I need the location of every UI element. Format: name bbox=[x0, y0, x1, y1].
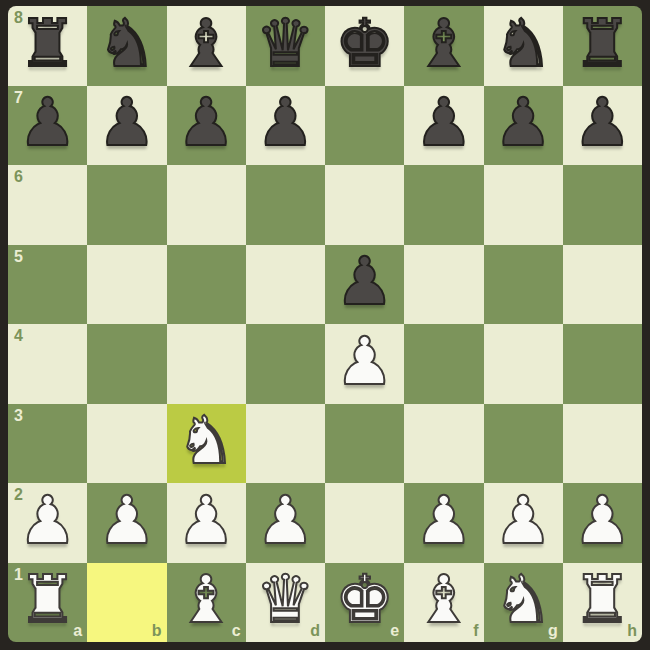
square-g5[interactable] bbox=[484, 245, 563, 325]
square-d3[interactable] bbox=[246, 404, 325, 484]
square-b2[interactable]: ♟ bbox=[87, 483, 166, 563]
black-bishop-piece[interactable]: ♝ bbox=[177, 11, 236, 77]
file-label-d: d bbox=[310, 623, 320, 639]
square-b4[interactable] bbox=[87, 324, 166, 404]
square-a2[interactable]: 2♟ bbox=[8, 483, 87, 563]
square-d7[interactable]: ♟ bbox=[246, 86, 325, 166]
white-rook-piece[interactable]: ♜ bbox=[573, 567, 632, 633]
square-g7[interactable]: ♟ bbox=[484, 86, 563, 166]
square-c1[interactable]: c♝ bbox=[167, 563, 246, 643]
black-pawn-piece[interactable]: ♟ bbox=[256, 90, 315, 156]
square-d2[interactable]: ♟ bbox=[246, 483, 325, 563]
square-g2[interactable]: ♟ bbox=[484, 483, 563, 563]
black-pawn-piece[interactable]: ♟ bbox=[18, 90, 77, 156]
square-g6[interactable] bbox=[484, 165, 563, 245]
black-knight-piece[interactable]: ♞ bbox=[97, 11, 156, 77]
square-h5[interactable] bbox=[563, 245, 642, 325]
white-pawn-piece[interactable]: ♟ bbox=[18, 488, 77, 554]
square-a3[interactable]: 3 bbox=[8, 404, 87, 484]
square-a5[interactable]: 5 bbox=[8, 245, 87, 325]
square-e5[interactable]: ♟ bbox=[325, 245, 404, 325]
white-pawn-piece[interactable]: ♟ bbox=[414, 488, 473, 554]
square-a4[interactable]: 4 bbox=[8, 324, 87, 404]
file-label-g: g bbox=[548, 623, 558, 639]
square-c7[interactable]: ♟ bbox=[167, 86, 246, 166]
white-bishop-piece[interactable]: ♝ bbox=[414, 567, 473, 633]
file-label-b: b bbox=[152, 623, 162, 639]
square-a6[interactable]: 6 bbox=[8, 165, 87, 245]
white-pawn-piece[interactable]: ♟ bbox=[97, 488, 156, 554]
white-knight-piece[interactable]: ♞ bbox=[494, 567, 553, 633]
black-pawn-piece[interactable]: ♟ bbox=[573, 90, 632, 156]
black-knight-piece[interactable]: ♞ bbox=[494, 11, 553, 77]
black-rook-piece[interactable]: ♜ bbox=[573, 11, 632, 77]
square-h7[interactable]: ♟ bbox=[563, 86, 642, 166]
white-bishop-piece[interactable]: ♝ bbox=[177, 567, 236, 633]
white-king-piece[interactable]: ♚ bbox=[335, 567, 394, 633]
white-knight-piece[interactable]: ♞ bbox=[177, 408, 236, 474]
rank-label-5: 5 bbox=[14, 249, 23, 265]
black-king-piece[interactable]: ♚ bbox=[335, 11, 394, 77]
square-g4[interactable] bbox=[484, 324, 563, 404]
file-label-f: f bbox=[473, 623, 478, 639]
square-e8[interactable]: ♚ bbox=[325, 6, 404, 86]
square-b8[interactable]: ♞ bbox=[87, 6, 166, 86]
square-e6[interactable] bbox=[325, 165, 404, 245]
square-h8[interactable]: ♜ bbox=[563, 6, 642, 86]
square-f3[interactable] bbox=[404, 404, 483, 484]
square-c6[interactable] bbox=[167, 165, 246, 245]
square-a8[interactable]: 8♜ bbox=[8, 6, 87, 86]
rank-label-6: 6 bbox=[14, 169, 23, 185]
white-pawn-piece[interactable]: ♟ bbox=[177, 488, 236, 554]
square-a7[interactable]: 7♟ bbox=[8, 86, 87, 166]
square-h1[interactable]: h♜ bbox=[563, 563, 642, 643]
square-d5[interactable] bbox=[246, 245, 325, 325]
square-c2[interactable]: ♟ bbox=[167, 483, 246, 563]
rank-label-2: 2 bbox=[14, 487, 23, 503]
white-rook-piece[interactable]: ♜ bbox=[18, 567, 77, 633]
square-c4[interactable] bbox=[167, 324, 246, 404]
square-f7[interactable]: ♟ bbox=[404, 86, 483, 166]
chess-board: 8♜♞♝♛♚♝♞♜7♟♟♟♟♟♟♟65♟4♟3♞2♟♟♟♟♟♟♟1a♜bc♝d♛… bbox=[8, 6, 642, 642]
rank-label-7: 7 bbox=[14, 90, 23, 106]
square-g1[interactable]: g♞ bbox=[484, 563, 563, 643]
square-c5[interactable] bbox=[167, 245, 246, 325]
white-pawn-piece[interactable]: ♟ bbox=[256, 488, 315, 554]
square-d6[interactable] bbox=[246, 165, 325, 245]
square-h3[interactable] bbox=[563, 404, 642, 484]
square-c3[interactable]: ♞ bbox=[167, 404, 246, 484]
square-d8[interactable]: ♛ bbox=[246, 6, 325, 86]
rank-label-3: 3 bbox=[14, 408, 23, 424]
file-label-a: a bbox=[73, 623, 82, 639]
square-f2[interactable]: ♟ bbox=[404, 483, 483, 563]
black-pawn-piece[interactable]: ♟ bbox=[494, 90, 553, 156]
file-label-h: h bbox=[627, 623, 637, 639]
rank-label-1: 1 bbox=[14, 567, 23, 583]
square-g8[interactable]: ♞ bbox=[484, 6, 563, 86]
rank-label-4: 4 bbox=[14, 328, 23, 344]
square-e2[interactable] bbox=[325, 483, 404, 563]
black-pawn-piece[interactable]: ♟ bbox=[335, 249, 394, 315]
square-b5[interactable] bbox=[87, 245, 166, 325]
square-f4[interactable] bbox=[404, 324, 483, 404]
square-c8[interactable]: ♝ bbox=[167, 6, 246, 86]
square-f1[interactable]: f♝ bbox=[404, 563, 483, 643]
white-queen-piece[interactable]: ♛ bbox=[256, 567, 315, 633]
square-b3[interactable] bbox=[87, 404, 166, 484]
square-e7[interactable] bbox=[325, 86, 404, 166]
white-pawn-piece[interactable]: ♟ bbox=[335, 329, 394, 395]
square-g3[interactable] bbox=[484, 404, 563, 484]
square-d4[interactable] bbox=[246, 324, 325, 404]
square-e4[interactable]: ♟ bbox=[325, 324, 404, 404]
square-h2[interactable]: ♟ bbox=[563, 483, 642, 563]
file-label-c: c bbox=[232, 623, 241, 639]
chess-app-background: 8♜♞♝♛♚♝♞♜7♟♟♟♟♟♟♟65♟4♟3♞2♟♟♟♟♟♟♟1a♜bc♝d♛… bbox=[0, 0, 650, 650]
square-d1[interactable]: d♛ bbox=[246, 563, 325, 643]
black-pawn-piece[interactable]: ♟ bbox=[97, 90, 156, 156]
square-e1[interactable]: e♚ bbox=[325, 563, 404, 643]
square-h4[interactable] bbox=[563, 324, 642, 404]
file-label-e: e bbox=[390, 623, 399, 639]
square-f8[interactable]: ♝ bbox=[404, 6, 483, 86]
square-h6[interactable] bbox=[563, 165, 642, 245]
square-f6[interactable] bbox=[404, 165, 483, 245]
square-b1[interactable]: b bbox=[87, 563, 166, 643]
white-pawn-piece[interactable]: ♟ bbox=[573, 488, 632, 554]
white-pawn-piece[interactable]: ♟ bbox=[494, 488, 553, 554]
square-b7[interactable]: ♟ bbox=[87, 86, 166, 166]
black-queen-piece[interactable]: ♛ bbox=[256, 11, 315, 77]
square-a1[interactable]: 1a♜ bbox=[8, 563, 87, 643]
rank-label-8: 8 bbox=[14, 10, 23, 26]
square-e3[interactable] bbox=[325, 404, 404, 484]
black-pawn-piece[interactable]: ♟ bbox=[177, 90, 236, 156]
square-f5[interactable] bbox=[404, 245, 483, 325]
black-pawn-piece[interactable]: ♟ bbox=[414, 90, 473, 156]
square-b6[interactable] bbox=[87, 165, 166, 245]
black-bishop-piece[interactable]: ♝ bbox=[414, 11, 473, 77]
black-rook-piece[interactable]: ♜ bbox=[18, 11, 77, 77]
